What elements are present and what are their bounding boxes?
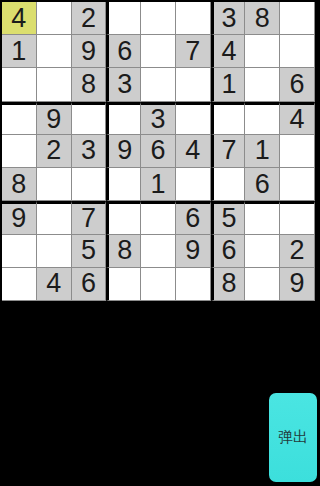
cell-r7c5[interactable] — [141, 201, 176, 234]
cell-r6c3[interactable] — [72, 168, 107, 201]
cell-r5c3[interactable]: 3 — [72, 135, 107, 168]
cell-r1c5[interactable] — [141, 2, 176, 35]
cell-r1c7[interactable]: 3 — [211, 2, 246, 35]
cell-r3c6[interactable] — [176, 68, 211, 101]
cell-r4c9[interactable]: 4 — [280, 102, 315, 135]
cell-r7c1[interactable]: 9 — [2, 201, 37, 234]
cell-r4c5[interactable]: 3 — [141, 102, 176, 135]
cell-r5c8[interactable]: 1 — [245, 135, 280, 168]
cell-r8c8[interactable] — [245, 235, 280, 268]
cell-r3c5[interactable] — [141, 68, 176, 101]
cell-r9c8[interactable] — [245, 268, 280, 301]
cell-r9c9[interactable]: 9 — [280, 268, 315, 301]
cell-r3c3[interactable]: 8 — [72, 68, 107, 101]
cell-r3c9[interactable]: 6 — [280, 68, 315, 101]
cell-r6c9[interactable] — [280, 168, 315, 201]
cell-r8c7[interactable]: 6 — [211, 235, 246, 268]
cell-r3c4[interactable]: 3 — [106, 68, 141, 101]
cell-r1c4[interactable] — [106, 2, 141, 35]
cell-r2c1[interactable]: 1 — [2, 35, 37, 68]
cell-r5c7[interactable]: 7 — [211, 135, 246, 168]
cell-r4c7[interactable] — [211, 102, 246, 135]
cell-r5c2[interactable]: 2 — [37, 135, 72, 168]
cell-r4c1[interactable] — [2, 102, 37, 135]
cell-r7c6[interactable]: 6 — [176, 201, 211, 234]
cell-r2c2[interactable] — [37, 35, 72, 68]
cell-r3c2[interactable] — [37, 68, 72, 101]
cell-r6c1[interactable]: 8 — [2, 168, 37, 201]
cell-r2c9[interactable] — [280, 35, 315, 68]
cell-r7c9[interactable] — [280, 201, 315, 234]
cell-r5c4[interactable]: 9 — [106, 135, 141, 168]
cell-r5c9[interactable] — [280, 135, 315, 168]
cell-r4c8[interactable] — [245, 102, 280, 135]
cell-r7c8[interactable] — [245, 201, 280, 234]
cell-r1c2[interactable] — [37, 2, 72, 35]
cell-r9c1[interactable] — [2, 268, 37, 301]
cell-r2c5[interactable] — [141, 35, 176, 68]
cell-r5c5[interactable]: 6 — [141, 135, 176, 168]
cell-r8c1[interactable] — [2, 235, 37, 268]
cell-r5c6[interactable]: 4 — [176, 135, 211, 168]
cell-r8c5[interactable] — [141, 235, 176, 268]
cell-r3c7[interactable]: 1 — [211, 68, 246, 101]
cell-r2c3[interactable]: 9 — [72, 35, 107, 68]
cell-r7c2[interactable] — [37, 201, 72, 234]
cell-r9c7[interactable]: 8 — [211, 268, 246, 301]
cell-r6c6[interactable] — [176, 168, 211, 201]
cell-r6c2[interactable] — [37, 168, 72, 201]
cell-r4c2[interactable]: 9 — [37, 102, 72, 135]
cell-r1c9[interactable] — [280, 2, 315, 35]
cell-r9c3[interactable]: 6 — [72, 268, 107, 301]
cell-r4c6[interactable] — [176, 102, 211, 135]
sudoku-board: 423819674831693423964718169765589624689 — [0, 0, 317, 303]
cell-r6c4[interactable] — [106, 168, 141, 201]
app-screen: 423819674831693423964718169765589624689 … — [0, 0, 320, 486]
cell-r4c3[interactable] — [72, 102, 107, 135]
cell-r5c1[interactable] — [2, 135, 37, 168]
cell-r3c8[interactable] — [245, 68, 280, 101]
cell-r1c6[interactable] — [176, 2, 211, 35]
cell-r1c8[interactable]: 8 — [245, 2, 280, 35]
cell-r4c4[interactable] — [106, 102, 141, 135]
cell-r9c6[interactable] — [176, 268, 211, 301]
pop-out-button[interactable]: 弹出 — [269, 393, 317, 482]
cell-r8c4[interactable]: 8 — [106, 235, 141, 268]
cell-r2c8[interactable] — [245, 35, 280, 68]
cell-r8c2[interactable] — [37, 235, 72, 268]
cell-r8c6[interactable]: 9 — [176, 235, 211, 268]
cell-r1c3[interactable]: 2 — [72, 2, 107, 35]
cell-r8c9[interactable]: 2 — [280, 235, 315, 268]
cell-r6c5[interactable]: 1 — [141, 168, 176, 201]
cell-r7c7[interactable]: 5 — [211, 201, 246, 234]
cell-r6c7[interactable] — [211, 168, 246, 201]
cell-r8c3[interactable]: 5 — [72, 235, 107, 268]
cell-r2c6[interactable]: 7 — [176, 35, 211, 68]
cell-r2c7[interactable]: 4 — [211, 35, 246, 68]
cell-r1c1[interactable]: 4 — [2, 2, 37, 35]
cell-r3c1[interactable] — [2, 68, 37, 101]
cell-r9c2[interactable]: 4 — [37, 268, 72, 301]
cell-r9c4[interactable] — [106, 268, 141, 301]
cell-r7c3[interactable]: 7 — [72, 201, 107, 234]
cell-r7c4[interactable] — [106, 201, 141, 234]
cell-r2c4[interactable]: 6 — [106, 35, 141, 68]
cell-r6c8[interactable]: 6 — [245, 168, 280, 201]
cell-r9c5[interactable] — [141, 268, 176, 301]
